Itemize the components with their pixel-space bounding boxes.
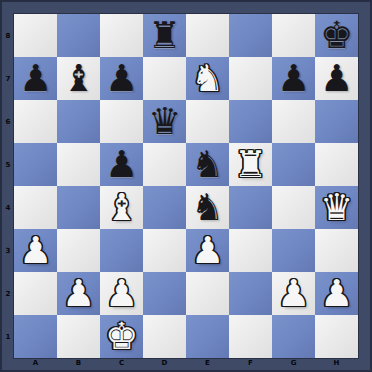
square-f8[interactable]	[229, 14, 272, 57]
square-g1[interactable]	[272, 315, 315, 358]
square-f6[interactable]	[229, 100, 272, 143]
square-g2[interactable]: ♟	[272, 272, 315, 315]
black-knight[interactable]: ♞	[191, 186, 224, 229]
rank-label-3: 3	[2, 229, 14, 272]
square-f5[interactable]: ♜	[229, 143, 272, 186]
square-c6[interactable]	[100, 100, 143, 143]
square-a7[interactable]: ♟	[14, 57, 57, 100]
file-label-g: G	[272, 356, 315, 370]
square-d7[interactable]	[143, 57, 186, 100]
square-c7[interactable]: ♟	[100, 57, 143, 100]
rank-labels: 87654321	[2, 14, 14, 358]
rank-label-1: 1	[2, 315, 14, 358]
square-a8[interactable]	[14, 14, 57, 57]
square-d3[interactable]	[143, 229, 186, 272]
black-bishop[interactable]: ♝	[62, 57, 95, 100]
square-e3[interactable]: ♟	[186, 229, 229, 272]
rank-label-6: 6	[2, 100, 14, 143]
square-d8[interactable]: ♜	[143, 14, 186, 57]
square-c8[interactable]	[100, 14, 143, 57]
square-g4[interactable]	[272, 186, 315, 229]
white-queen[interactable]: ♛	[320, 186, 353, 229]
square-b2[interactable]: ♟	[57, 272, 100, 315]
rank-label-2: 2	[2, 272, 14, 315]
square-c4[interactable]: ♝	[100, 186, 143, 229]
square-c3[interactable]	[100, 229, 143, 272]
square-g8[interactable]	[272, 14, 315, 57]
rank-label-8: 8	[2, 14, 14, 57]
square-f7[interactable]	[229, 57, 272, 100]
white-pawn[interactable]: ♟	[191, 229, 224, 272]
black-king[interactable]: ♚	[320, 14, 353, 57]
white-pawn[interactable]: ♟	[320, 272, 353, 315]
black-rook[interactable]: ♜	[148, 14, 181, 57]
square-b3[interactable]	[57, 229, 100, 272]
black-knight[interactable]: ♞	[191, 143, 224, 186]
square-d5[interactable]	[143, 143, 186, 186]
white-pawn[interactable]: ♟	[105, 272, 138, 315]
square-b6[interactable]	[57, 100, 100, 143]
square-b5[interactable]	[57, 143, 100, 186]
square-a3[interactable]: ♟	[14, 229, 57, 272]
square-e6[interactable]	[186, 100, 229, 143]
square-h7[interactable]: ♟	[315, 57, 358, 100]
square-b4[interactable]	[57, 186, 100, 229]
file-label-e: E	[186, 356, 229, 370]
square-d6[interactable]: ♛	[143, 100, 186, 143]
square-h5[interactable]	[315, 143, 358, 186]
square-e7[interactable]: ♞	[186, 57, 229, 100]
black-pawn[interactable]: ♟	[320, 57, 353, 100]
file-label-f: F	[229, 356, 272, 370]
square-b1[interactable]	[57, 315, 100, 358]
file-label-h: H	[315, 356, 358, 370]
square-h4[interactable]: ♛	[315, 186, 358, 229]
square-c1[interactable]: ♚	[100, 315, 143, 358]
white-bishop[interactable]: ♝	[105, 186, 138, 229]
square-f1[interactable]	[229, 315, 272, 358]
square-g5[interactable]	[272, 143, 315, 186]
black-pawn[interactable]: ♟	[105, 143, 138, 186]
square-d4[interactable]	[143, 186, 186, 229]
black-pawn[interactable]: ♟	[105, 57, 138, 100]
white-rook[interactable]: ♜	[234, 143, 267, 186]
square-e1[interactable]	[186, 315, 229, 358]
rank-label-4: 4	[2, 186, 14, 229]
black-pawn[interactable]: ♟	[277, 57, 310, 100]
square-d2[interactable]	[143, 272, 186, 315]
white-pawn[interactable]: ♟	[19, 229, 52, 272]
square-h2[interactable]: ♟	[315, 272, 358, 315]
square-h3[interactable]	[315, 229, 358, 272]
white-pawn[interactable]: ♟	[62, 272, 95, 315]
square-e2[interactable]	[186, 272, 229, 315]
file-label-d: D	[143, 356, 186, 370]
square-c2[interactable]: ♟	[100, 272, 143, 315]
black-queen[interactable]: ♛	[148, 100, 181, 143]
square-a4[interactable]	[14, 186, 57, 229]
square-b8[interactable]	[57, 14, 100, 57]
chessboard-frame: 87654321 ♜♚♟♝♟♞♟♟♛♟♞♜♝♞♛♟♟♟♟♟♟♚ ABCDEFGH	[0, 0, 372, 372]
white-pawn[interactable]: ♟	[277, 272, 310, 315]
square-g3[interactable]	[272, 229, 315, 272]
rank-label-5: 5	[2, 143, 14, 186]
square-h1[interactable]	[315, 315, 358, 358]
square-f4[interactable]	[229, 186, 272, 229]
square-e4[interactable]: ♞	[186, 186, 229, 229]
square-f3[interactable]	[229, 229, 272, 272]
file-labels: ABCDEFGH	[14, 356, 358, 370]
square-a5[interactable]	[14, 143, 57, 186]
square-a6[interactable]	[14, 100, 57, 143]
square-e8[interactable]	[186, 14, 229, 57]
square-f2[interactable]	[229, 272, 272, 315]
black-pawn[interactable]: ♟	[19, 57, 52, 100]
chessboard: ♜♚♟♝♟♞♟♟♛♟♞♜♝♞♛♟♟♟♟♟♟♚	[14, 14, 358, 358]
white-knight[interactable]: ♞	[191, 57, 224, 100]
file-label-a: A	[14, 356, 57, 370]
square-h6[interactable]	[315, 100, 358, 143]
square-a1[interactable]	[14, 315, 57, 358]
square-g7[interactable]: ♟	[272, 57, 315, 100]
square-g6[interactable]	[272, 100, 315, 143]
square-c5[interactable]: ♟	[100, 143, 143, 186]
white-king[interactable]: ♚	[105, 315, 138, 358]
rank-label-7: 7	[2, 57, 14, 100]
square-b7[interactable]: ♝	[57, 57, 100, 100]
square-h8[interactable]: ♚	[315, 14, 358, 57]
square-d1[interactable]	[143, 315, 186, 358]
file-label-b: B	[57, 356, 100, 370]
square-a2[interactable]	[14, 272, 57, 315]
square-e5[interactable]: ♞	[186, 143, 229, 186]
file-label-c: C	[100, 356, 143, 370]
